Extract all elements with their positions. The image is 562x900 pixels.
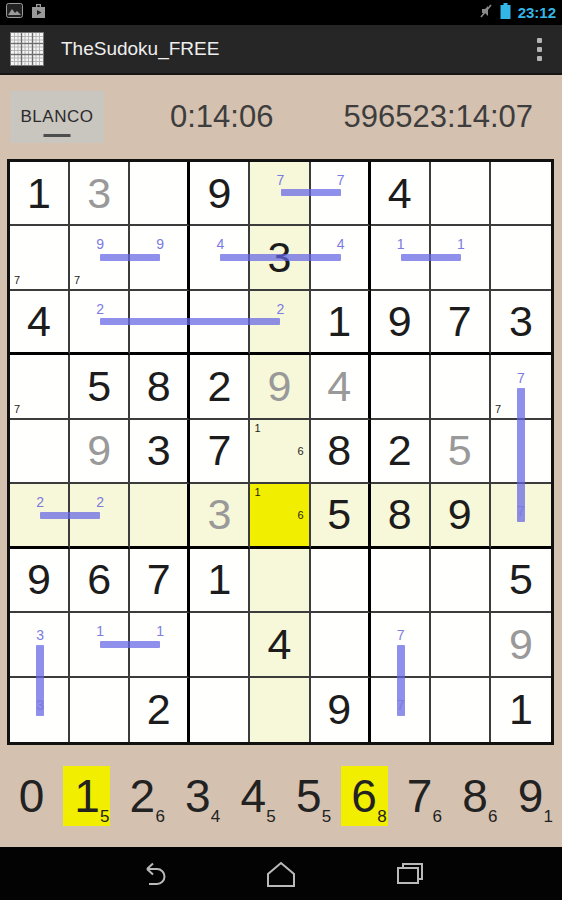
cell-value: 9 <box>207 172 231 215</box>
digit-label: 7 <box>407 773 433 819</box>
cell-r1c5[interactable] <box>250 162 310 226</box>
cell-r5c8[interactable]: 5 <box>431 420 491 484</box>
cell-r7c1[interactable]: 9 <box>10 549 70 613</box>
cell-r3c5[interactable] <box>250 291 310 355</box>
play-store-icon <box>31 3 46 23</box>
cell-value: 8 <box>327 429 351 472</box>
cell-r3c1[interactable]: 4 <box>10 291 70 355</box>
cell-value: 3 <box>87 172 111 215</box>
home-icon[interactable] <box>264 859 298 889</box>
cell-value: 3 <box>509 300 533 343</box>
cell-r9c4[interactable] <box>190 678 250 742</box>
digit-button-8[interactable]: 86 <box>452 766 499 826</box>
cell-r3c9[interactable]: 3 <box>491 291 551 355</box>
digit-button-7[interactable]: 76 <box>396 766 443 826</box>
recents-icon[interactable] <box>393 859 427 889</box>
cell-r9c7[interactable] <box>371 678 431 742</box>
cell-r8c8[interactable] <box>431 613 491 677</box>
cell-r9c1[interactable] <box>10 678 70 742</box>
cell-value: 3 <box>268 236 292 279</box>
sudoku-grid: 1394773419737582947937168253165899671549… <box>10 162 551 742</box>
cell-r5c9[interactable] <box>491 420 551 484</box>
cell-value: 5 <box>327 493 351 536</box>
sudoku-board: 1394773419737582947937168253165899671549… <box>7 159 554 745</box>
cell-r8c2[interactable] <box>70 613 130 677</box>
clock: 23:12 <box>518 4 556 21</box>
battery-icon <box>500 3 511 23</box>
app-bar: TheSudoku_FREE <box>0 25 562 75</box>
pencil-mark-1: 1 <box>254 423 260 434</box>
cell-r7c6[interactable] <box>311 549 371 613</box>
cell-value: 9 <box>327 688 351 731</box>
cell-r6c9[interactable] <box>491 484 551 548</box>
cell-r1c7[interactable]: 4 <box>371 162 431 226</box>
overflow-menu-icon[interactable] <box>527 30 552 69</box>
cell-r7c9[interactable]: 5 <box>491 549 551 613</box>
cell-r1c1[interactable]: 1 <box>10 162 70 226</box>
cell-r8c3[interactable] <box>130 613 190 677</box>
cell-value: 7 <box>147 558 171 601</box>
cell-value: 3 <box>207 493 231 536</box>
cell-r7c3[interactable]: 7 <box>130 549 190 613</box>
sudoku-grid-icon <box>10 32 44 66</box>
cell-r6c7[interactable]: 8 <box>371 484 431 548</box>
cell-r5c3[interactable]: 3 <box>130 420 190 484</box>
cell-r9c9[interactable]: 1 <box>491 678 551 742</box>
cell-value: 9 <box>388 300 412 343</box>
cell-r9c6[interactable]: 9 <box>311 678 371 742</box>
cell-r5c5[interactable]: 16 <box>250 420 310 484</box>
cell-r6c6[interactable]: 5 <box>311 484 371 548</box>
total-timer: 596523:14:07 <box>343 99 533 135</box>
cell-value: 9 <box>509 623 533 666</box>
cell-r8c4[interactable] <box>190 613 250 677</box>
digit-bar: 0152634455568768691 <box>0 766 562 830</box>
cell-value: 5 <box>87 365 111 408</box>
digit-label: 1 <box>74 773 100 819</box>
cell-value: 1 <box>207 558 231 601</box>
cell-value: 6 <box>87 558 111 601</box>
cell-value: 8 <box>388 493 412 536</box>
cell-value: 5 <box>448 429 472 472</box>
status-bar: 23:12 <box>0 0 562 25</box>
blanco-button[interactable]: BLANCO <box>10 91 104 143</box>
cell-r2c4[interactable] <box>190 226 250 290</box>
cell-r3c4[interactable] <box>190 291 250 355</box>
app-title: TheSudoku_FREE <box>61 38 219 60</box>
cell-value: 4 <box>388 172 412 215</box>
game-timer: 0:14:06 <box>170 99 273 135</box>
cell-r1c8[interactable] <box>431 162 491 226</box>
cell-r2c8[interactable] <box>431 226 491 290</box>
digit-label: 3 <box>185 773 211 819</box>
cell-r5c1[interactable] <box>10 420 70 484</box>
cell-r6c8[interactable]: 9 <box>431 484 491 548</box>
pencil-mark-7: 7 <box>14 275 20 286</box>
cell-value: 2 <box>147 688 171 731</box>
pencil-mark-7: 7 <box>14 404 20 415</box>
cell-r4c9[interactable]: 7 <box>491 355 551 419</box>
cell-r4c8[interactable] <box>431 355 491 419</box>
cell-r7c7[interactable] <box>371 549 431 613</box>
cell-r8c9[interactable]: 9 <box>491 613 551 677</box>
cell-r3c2[interactable] <box>70 291 130 355</box>
cell-r9c2[interactable] <box>70 678 130 742</box>
cell-r8c6[interactable] <box>311 613 371 677</box>
cell-r7c4[interactable]: 1 <box>190 549 250 613</box>
cell-value: 7 <box>207 429 231 472</box>
cell-r1c9[interactable] <box>491 162 551 226</box>
digit-count: 8 <box>377 807 386 827</box>
cell-value: 1 <box>509 688 533 731</box>
cell-r5c7[interactable]: 2 <box>371 420 431 484</box>
cell-r1c6[interactable] <box>311 162 371 226</box>
cell-r4c6[interactable]: 4 <box>311 355 371 419</box>
cell-r5c4[interactable]: 7 <box>190 420 250 484</box>
pencil-mark-6: 6 <box>297 509 303 520</box>
cell-r3c8[interactable]: 7 <box>431 291 491 355</box>
pencil-mark-7: 7 <box>74 275 80 286</box>
cell-r6c5[interactable]: 16 <box>250 484 310 548</box>
digit-button-0[interactable]: 0 <box>8 766 55 826</box>
cell-r8c1[interactable] <box>10 613 70 677</box>
digit-count: 6 <box>488 807 497 827</box>
cell-r2c3[interactable] <box>130 226 190 290</box>
cell-r1c3[interactable] <box>130 162 190 226</box>
pencil-mark-1: 1 <box>254 487 260 498</box>
cell-value: 1 <box>327 300 351 343</box>
cell-r7c8[interactable] <box>431 549 491 613</box>
cell-r7c2[interactable]: 6 <box>70 549 130 613</box>
mute-icon <box>479 4 493 22</box>
digit-count: 5 <box>100 807 109 827</box>
cell-r4c2[interactable]: 5 <box>70 355 130 419</box>
cell-value: 7 <box>448 300 472 343</box>
cell-r8c5[interactable]: 4 <box>250 613 310 677</box>
pencil-mark-7: 7 <box>495 404 501 415</box>
digit-label: 6 <box>351 773 377 819</box>
cell-r4c5[interactable]: 9 <box>250 355 310 419</box>
cell-r6c2[interactable] <box>70 484 130 548</box>
cell-r5c6[interactable]: 8 <box>311 420 371 484</box>
digit-label: 9 <box>518 773 544 819</box>
cell-r3c3[interactable] <box>130 291 190 355</box>
digit-label: 8 <box>462 773 488 819</box>
nav-bar <box>0 847 562 900</box>
cell-r6c1[interactable] <box>10 484 70 548</box>
cell-value: 2 <box>388 429 412 472</box>
cell-r3c7[interactable]: 9 <box>371 291 431 355</box>
cell-r4c4[interactable]: 2 <box>190 355 250 419</box>
cell-r7c5[interactable] <box>250 549 310 613</box>
digit-button-4[interactable]: 45 <box>230 766 277 826</box>
cell-value: 9 <box>268 365 292 408</box>
cell-value: 8 <box>147 365 171 408</box>
header: BLANCO 0:14:06 596523:14:07 <box>0 77 562 157</box>
cell-r4c7[interactable] <box>371 355 431 419</box>
digit-button-9[interactable]: 91 <box>507 766 554 826</box>
digit-label: 4 <box>240 773 266 819</box>
digit-count: 5 <box>322 807 331 827</box>
digit-label: 5 <box>296 773 322 819</box>
cell-r9c3[interactable]: 2 <box>130 678 190 742</box>
cell-r9c5[interactable] <box>250 678 310 742</box>
digit-count: 6 <box>155 807 164 827</box>
cell-value: 2 <box>207 365 231 408</box>
digit-count: 4 <box>211 807 220 827</box>
cell-value: 3 <box>147 429 171 472</box>
cell-r9c8[interactable] <box>431 678 491 742</box>
cell-value: 9 <box>27 558 51 601</box>
cell-value: 1 <box>27 172 51 215</box>
cell-r6c3[interactable] <box>130 484 190 548</box>
cell-value: 9 <box>87 429 111 472</box>
cell-r2c2[interactable]: 7 <box>70 226 130 290</box>
digit-button-5[interactable]: 55 <box>285 766 332 826</box>
cell-r3c6[interactable]: 1 <box>311 291 371 355</box>
digit-count: 6 <box>433 807 442 827</box>
cell-value: 9 <box>448 493 472 536</box>
pencil-mark-6: 6 <box>297 445 303 456</box>
cell-r2c5[interactable]: 3 <box>250 226 310 290</box>
back-icon[interactable] <box>135 859 169 889</box>
cell-r8c7[interactable] <box>371 613 431 677</box>
cell-r4c3[interactable]: 8 <box>130 355 190 419</box>
cell-value: 4 <box>327 365 351 408</box>
gallery-icon <box>6 3 23 22</box>
cell-r5c2[interactable]: 9 <box>70 420 130 484</box>
digit-button-6[interactable]: 68 <box>341 766 388 826</box>
digit-count: 5 <box>266 807 275 827</box>
cell-r1c2[interactable]: 3 <box>70 162 130 226</box>
digit-button-1[interactable]: 15 <box>63 766 110 826</box>
cell-value: 4 <box>27 300 51 343</box>
digit-label: 2 <box>130 773 156 819</box>
cell-r2c6[interactable] <box>311 226 371 290</box>
cell-r4c1[interactable]: 7 <box>10 355 70 419</box>
cell-r2c9[interactable] <box>491 226 551 290</box>
screen: 23:12 TheSudoku_FREE BLANCO 0:14:06 5965… <box>0 0 562 900</box>
digit-button-3[interactable]: 34 <box>174 766 221 826</box>
cell-r2c1[interactable]: 7 <box>10 226 70 290</box>
cell-value: 5 <box>509 558 533 601</box>
digit-button-2[interactable]: 26 <box>119 766 166 826</box>
cell-r2c7[interactable] <box>371 226 431 290</box>
digit-count: 1 <box>543 807 552 827</box>
cell-value: 4 <box>268 623 292 666</box>
cell-r6c4[interactable]: 3 <box>190 484 250 548</box>
cell-r1c4[interactable]: 9 <box>190 162 250 226</box>
digit-label: 0 <box>19 773 45 819</box>
